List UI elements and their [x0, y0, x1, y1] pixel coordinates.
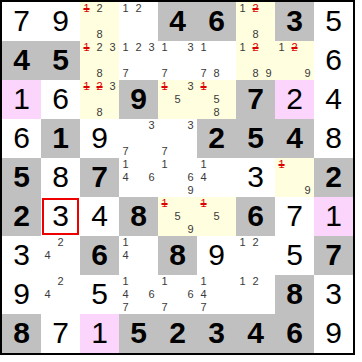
- cell-r6c5[interactable]: 159: [158, 197, 198, 239]
- cell-r1c8[interactable]: 3: [275, 2, 315, 42]
- candidate-4: 4: [119, 288, 132, 301]
- cell-r2c4[interactable]: 1237: [119, 41, 159, 81]
- cell-r3c4[interactable]: 9: [119, 80, 159, 122]
- cell-r5c6[interactable]: 14: [197, 158, 239, 198]
- candidate-grid: 169: [158, 158, 197, 197]
- candidate-grid: 12: [236, 275, 275, 314]
- given-digit: 6: [208, 6, 225, 36]
- candidate-grid: 167: [158, 275, 197, 314]
- cell-r8c8[interactable]: 8: [275, 275, 315, 315]
- cell-r7c4[interactable]: 14: [119, 236, 159, 276]
- candidate-2-eliminated: 2: [93, 80, 106, 93]
- cell-r6c8[interactable]: 7: [275, 197, 315, 239]
- given-digit: 7: [325, 240, 342, 270]
- cell-r5c8[interactable]: 19: [275, 158, 315, 198]
- solved-digit: 1: [325, 201, 342, 231]
- candidate-grid: 146: [119, 158, 158, 197]
- candidate-1: 1: [197, 41, 210, 54]
- candidate-7: 7: [119, 67, 132, 80]
- cell-r1c4[interactable]: 12: [119, 2, 159, 42]
- cell-r9c7[interactable]: 4: [236, 314, 276, 353]
- candidate-8: 8: [249, 28, 262, 41]
- cell-r4c8[interactable]: 4: [275, 119, 315, 159]
- solved-digit: 6: [325, 45, 342, 75]
- candidate-1-eliminated: 1: [80, 2, 93, 15]
- candidate-1: 1: [236, 275, 249, 288]
- solved-digit: 3: [13, 240, 30, 270]
- candidate-9: 9: [184, 223, 197, 236]
- candidate-grid: 19: [275, 158, 314, 197]
- candidate-8: 8: [93, 28, 106, 41]
- candidate-grid: 1467: [119, 275, 158, 314]
- given-digit: 8: [130, 201, 147, 231]
- candidate-9: 9: [301, 184, 314, 197]
- candidate-1: 1: [119, 158, 132, 171]
- candidate-grid: 1237: [119, 41, 158, 80]
- candidate-1: 1: [158, 158, 171, 171]
- cell-r7c8[interactable]: 5: [275, 236, 315, 276]
- candidate-9: 9: [301, 67, 314, 80]
- candidate-7: 7: [119, 301, 132, 314]
- candidate-7: 7: [158, 67, 171, 80]
- candidate-grid: 12: [119, 2, 158, 41]
- candidate-2: 2: [54, 275, 67, 288]
- candidate-grid: 1238: [80, 80, 119, 119]
- solved-digit: 3: [52, 201, 69, 231]
- cell-r2c7[interactable]: 1289: [236, 41, 276, 81]
- cell-r2c8[interactable]: 129: [275, 41, 315, 81]
- solved-digit: 5: [325, 6, 342, 36]
- cell-r4c7[interactable]: 5: [236, 119, 276, 159]
- cell-r3c8[interactable]: 2: [275, 80, 315, 122]
- candidate-2: 2: [93, 2, 106, 15]
- candidate-grid: 14: [119, 236, 158, 275]
- candidate-7: 7: [197, 67, 210, 80]
- solved-digit: 7: [52, 318, 69, 348]
- solved-digit: 7: [13, 6, 30, 36]
- cell-r4c2[interactable]: 1: [41, 119, 81, 159]
- candidate-grid: 147: [197, 275, 236, 314]
- candidate-2-eliminated: 2: [288, 41, 301, 54]
- candidate-2: 2: [249, 275, 262, 288]
- given-digit: 5: [247, 123, 264, 153]
- cell-r4c9[interactable]: 8: [314, 119, 353, 159]
- given-digit: 9: [130, 84, 147, 114]
- cell-r3c7[interactable]: 7: [236, 80, 276, 122]
- candidate-2: 2: [54, 236, 67, 249]
- cell-r3c3[interactable]: 1238: [80, 80, 122, 122]
- cell-r4c1[interactable]: 6: [2, 119, 42, 159]
- cell-r7c6[interactable]: 9: [197, 236, 239, 276]
- cell-r9c3[interactable]: 1: [80, 314, 122, 353]
- cell-r3c9[interactable]: 4: [314, 80, 353, 122]
- candidate-grid: 24: [41, 275, 80, 314]
- candidate-1-eliminated: 1: [275, 158, 288, 171]
- cell-r3c2[interactable]: 6: [41, 80, 81, 122]
- cell-r1c6[interactable]: 6: [197, 2, 239, 42]
- candidate-1-eliminated: 1: [197, 197, 210, 210]
- candidate-6: 6: [145, 288, 158, 301]
- cell-r5c5[interactable]: 169: [158, 158, 198, 198]
- given-digit: 2: [13, 201, 30, 231]
- candidate-4: 4: [197, 171, 210, 184]
- candidate-grid: 1289: [236, 41, 275, 80]
- candidate-7: 7: [158, 301, 171, 314]
- given-digit: 4: [13, 45, 30, 75]
- candidate-1: 1: [158, 41, 171, 54]
- candidate-1: 1: [119, 236, 132, 249]
- candidate-8: 8: [93, 67, 106, 80]
- cell-r7c2[interactable]: 24: [41, 236, 81, 276]
- solved-digit: 4: [325, 84, 342, 114]
- candidate-4: 4: [119, 249, 132, 262]
- candidate-1-eliminated: 1: [158, 197, 171, 210]
- given-digit: 2: [208, 123, 225, 153]
- candidate-grid: 135: [158, 80, 197, 119]
- solved-digit: 5: [286, 240, 303, 270]
- given-digit: 5: [130, 318, 147, 348]
- candidate-8: 8: [93, 106, 106, 119]
- cell-r4c4[interactable]: 37: [119, 119, 159, 159]
- solved-digit: 6: [13, 123, 30, 153]
- solved-digit: 3: [325, 279, 342, 309]
- cell-r5c9[interactable]: 2: [314, 158, 353, 198]
- solved-digit: 9: [325, 318, 342, 348]
- sudoku-board: 7912812461283545123812371371781289129616…: [0, 0, 355, 355]
- candidate-grid: 178: [197, 41, 236, 80]
- given-digit: 2: [325, 162, 342, 192]
- given-digit: 3: [286, 6, 303, 36]
- given-digit: 4: [286, 123, 303, 153]
- cell-r5c1[interactable]: 5: [2, 158, 42, 198]
- candidate-grid: 14: [197, 158, 236, 197]
- cell-r5c7[interactable]: 3: [236, 158, 276, 198]
- given-digit: 8: [169, 240, 186, 270]
- candidate-5: 5: [210, 210, 223, 223]
- candidate-3: 3: [145, 119, 158, 132]
- candidate-5: 5: [210, 93, 223, 106]
- candidate-5: 5: [171, 93, 184, 106]
- candidate-1: 1: [197, 158, 210, 171]
- cell-r8c3[interactable]: 5: [80, 275, 122, 315]
- candidate-grid: 37: [158, 119, 197, 158]
- cell-r8c4[interactable]: 1467: [119, 275, 159, 315]
- candidate-8: 8: [210, 67, 223, 80]
- solved-digit: 9: [91, 123, 108, 153]
- candidate-6: 6: [184, 171, 197, 184]
- cell-r6c3[interactable]: 4: [80, 197, 122, 239]
- candidate-4: 4: [41, 249, 54, 262]
- solved-digit: 8: [325, 123, 342, 153]
- given-digit: 5: [52, 45, 69, 75]
- candidate-3: 3: [106, 41, 119, 54]
- candidate-1: 1: [236, 2, 249, 15]
- candidate-7: 7: [197, 301, 210, 314]
- cell-r9c5[interactable]: 2: [158, 314, 198, 353]
- candidate-1: 1: [275, 41, 288, 54]
- candidate-2-eliminated: 2: [249, 2, 262, 15]
- given-digit: 4: [169, 6, 186, 36]
- cell-r7c7[interactable]: 12: [236, 236, 276, 276]
- given-digit: 2: [169, 318, 186, 348]
- candidate-3: 3: [145, 41, 158, 54]
- candidate-3: 3: [184, 119, 197, 132]
- candidate-1: 1: [119, 275, 132, 288]
- cell-r4c5[interactable]: 37: [158, 119, 198, 159]
- given-digit: 8: [286, 279, 303, 309]
- cell-r4c3[interactable]: 9: [80, 119, 122, 159]
- candidate-3: 3: [106, 80, 119, 93]
- cell-r1c1[interactable]: 7: [2, 2, 42, 42]
- candidate-1-eliminated: 1: [80, 80, 93, 93]
- cell-r7c9[interactable]: 7: [314, 236, 353, 276]
- candidate-3: 3: [184, 41, 197, 54]
- candidate-1: 1: [158, 275, 171, 288]
- given-digit: 7: [91, 162, 108, 192]
- candidate-5: 5: [171, 210, 184, 223]
- candidate-grid: 1238: [80, 41, 119, 80]
- given-digit: 1: [52, 123, 69, 153]
- given-digit: 5: [13, 162, 30, 192]
- given-digit: 6: [247, 201, 264, 231]
- candidate-4: 4: [119, 171, 132, 184]
- cell-r4c6[interactable]: 2: [197, 119, 239, 159]
- cell-r8c1[interactable]: 9: [2, 275, 42, 315]
- candidate-1-eliminated: 1: [80, 41, 93, 54]
- given-digit: 6: [91, 240, 108, 270]
- cell-r2c2[interactable]: 5: [41, 41, 81, 81]
- cell-r2c6[interactable]: 178: [197, 41, 239, 81]
- cell-r3c1[interactable]: 1: [2, 80, 42, 122]
- cell-r6c9[interactable]: 1: [314, 197, 353, 239]
- cell-r8c6[interactable]: 147: [197, 275, 239, 315]
- cell-r2c9[interactable]: 6: [314, 41, 353, 81]
- cell-r9c2[interactable]: 7: [41, 314, 81, 353]
- candidate-grid: 12: [236, 236, 275, 275]
- candidate-grid: 15: [197, 197, 236, 236]
- candidate-2: 2: [132, 2, 145, 15]
- cell-r8c7[interactable]: 12: [236, 275, 276, 315]
- candidate-8: 8: [210, 106, 223, 119]
- given-digit: 4: [247, 318, 264, 348]
- candidate-1-eliminated: 1: [158, 80, 171, 93]
- given-digit: 7: [247, 84, 264, 114]
- solved-digit: 3: [247, 162, 264, 192]
- cell-r8c9[interactable]: 3: [314, 275, 353, 315]
- cell-r7c5[interactable]: 8: [158, 236, 198, 276]
- cell-r9c8[interactable]: 6: [275, 314, 315, 353]
- candidate-grid: 24: [41, 236, 80, 275]
- cell-r6c7[interactable]: 6: [236, 197, 276, 239]
- solved-digit: 8: [52, 162, 69, 192]
- candidate-2: 2: [132, 41, 145, 54]
- cell-r5c2[interactable]: 8: [41, 158, 81, 198]
- cell-r8c5[interactable]: 167: [158, 275, 198, 315]
- cell-r6c4[interactable]: 8: [119, 197, 159, 239]
- candidate-3: 3: [184, 80, 197, 93]
- solved-digit: 1: [13, 84, 30, 114]
- cell-r6c2[interactable]: 3: [41, 197, 81, 239]
- candidate-2-eliminated: 2: [249, 41, 262, 54]
- cell-r2c3[interactable]: 1238: [80, 41, 122, 81]
- candidate-9: 9: [184, 184, 197, 197]
- cell-r1c9[interactable]: 5: [314, 2, 353, 42]
- cell-r1c3[interactable]: 128: [80, 2, 122, 42]
- candidate-4: 4: [197, 288, 210, 301]
- candidate-8: 8: [249, 67, 262, 80]
- cell-r7c3[interactable]: 6: [80, 236, 122, 276]
- given-digit: 8: [13, 318, 30, 348]
- cell-r9c1[interactable]: 8: [2, 314, 42, 353]
- solved-digit: 9: [208, 240, 225, 270]
- solved-digit: 9: [13, 279, 30, 309]
- candidate-grid: 158: [197, 80, 236, 119]
- candidate-1: 1: [119, 41, 132, 54]
- cell-r3c6[interactable]: 158: [197, 80, 239, 122]
- candidate-7: 7: [158, 145, 171, 158]
- solved-digit: 2: [286, 84, 303, 114]
- candidate-6: 6: [145, 171, 158, 184]
- candidate-2: 2: [249, 236, 262, 249]
- cell-r2c5[interactable]: 137: [158, 41, 198, 81]
- cell-r6c1[interactable]: 2: [2, 197, 42, 239]
- cell-r7c1[interactable]: 3: [2, 236, 42, 276]
- solved-digit: 5: [91, 279, 108, 309]
- candidate-grid: 37: [119, 119, 158, 158]
- candidate-grid: 159: [158, 197, 197, 236]
- candidate-grid: 128: [80, 2, 119, 41]
- candidate-1: 1: [197, 275, 210, 288]
- solved-digit: 4: [91, 201, 108, 231]
- given-digit: 6: [286, 318, 303, 348]
- solved-digit: 6: [52, 84, 69, 114]
- candidate-1-eliminated: 1: [197, 80, 210, 93]
- cell-r1c5[interactable]: 4: [158, 2, 198, 42]
- candidate-9: 9: [262, 67, 275, 80]
- candidate-1: 1: [236, 41, 249, 54]
- candidate-4: 4: [41, 288, 54, 301]
- candidate-grid: 137: [158, 41, 197, 80]
- solved-digit: 1: [91, 318, 108, 348]
- cell-r6c6[interactable]: 15: [197, 197, 239, 239]
- cell-r1c7[interactable]: 128: [236, 2, 276, 42]
- candidate-grid: 129: [275, 41, 314, 80]
- cell-r3c5[interactable]: 135: [158, 80, 198, 122]
- candidate-grid: 128: [236, 2, 275, 41]
- given-digit: 3: [208, 318, 225, 348]
- candidate-1: 1: [236, 236, 249, 249]
- cell-r1c2[interactable]: 9: [41, 2, 81, 42]
- cell-r5c4[interactable]: 146: [119, 158, 159, 198]
- solved-digit: 7: [286, 201, 303, 231]
- cell-r9c4[interactable]: 5: [119, 314, 159, 353]
- cell-r9c6[interactable]: 3: [197, 314, 239, 353]
- cell-r5c3[interactable]: 7: [80, 158, 122, 198]
- candidate-1: 1: [119, 2, 132, 15]
- candidate-6: 6: [184, 288, 197, 301]
- cell-r2c1[interactable]: 4: [2, 41, 42, 81]
- solved-digit: 9: [52, 6, 69, 36]
- cell-r9c9[interactable]: 9: [314, 314, 353, 353]
- candidate-7: 7: [119, 145, 132, 158]
- cell-r8c2[interactable]: 24: [41, 275, 81, 315]
- candidate-2: 2: [93, 41, 106, 54]
